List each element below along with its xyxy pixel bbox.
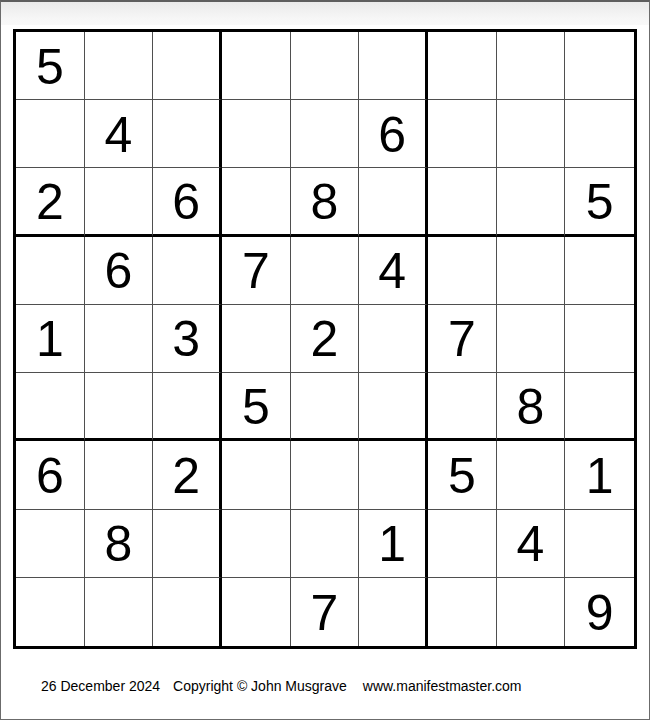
cell-r1c2[interactable] — [85, 32, 154, 100]
cell-r3c1[interactable]: 2 — [16, 168, 85, 236]
cell-r1c7[interactable] — [428, 32, 497, 100]
header-band — [1, 2, 649, 25]
cell-r6c8[interactable]: 8 — [497, 373, 566, 441]
footer-date: 26 December 2024 — [41, 678, 160, 694]
cell-r5c3[interactable]: 3 — [153, 305, 222, 373]
cell-r3c3[interactable]: 6 — [153, 168, 222, 236]
sudoku-board: 5462685674132758625181479 — [13, 29, 637, 649]
cell-r4c7[interactable] — [428, 237, 497, 305]
cell-r2c4[interactable] — [222, 100, 291, 168]
page: 5462685674132758625181479 26 December 20… — [0, 0, 650, 720]
cell-r8c6[interactable]: 1 — [359, 510, 428, 578]
cell-r3c4[interactable] — [222, 168, 291, 236]
cell-r1c3[interactable] — [153, 32, 222, 100]
cell-r6c5[interactable] — [291, 373, 360, 441]
cell-r4c3[interactable] — [153, 237, 222, 305]
cell-r3c7[interactable] — [428, 168, 497, 236]
cell-r4c2[interactable]: 6 — [85, 237, 154, 305]
cell-r6c4[interactable]: 5 — [222, 373, 291, 441]
cell-r7c2[interactable] — [85, 441, 154, 509]
cell-r1c5[interactable] — [291, 32, 360, 100]
cell-r6c2[interactable] — [85, 373, 154, 441]
cell-r9c9[interactable]: 9 — [565, 578, 634, 646]
cell-r3c2[interactable] — [85, 168, 154, 236]
cell-r9c6[interactable] — [359, 578, 428, 646]
cell-r9c2[interactable] — [85, 578, 154, 646]
cell-r5c7[interactable]: 7 — [428, 305, 497, 373]
cell-r1c6[interactable] — [359, 32, 428, 100]
cell-r4c9[interactable] — [565, 237, 634, 305]
cell-r9c5[interactable]: 7 — [291, 578, 360, 646]
cell-r8c3[interactable] — [153, 510, 222, 578]
cell-r7c6[interactable] — [359, 441, 428, 509]
cell-r6c3[interactable] — [153, 373, 222, 441]
cell-r2c2[interactable]: 4 — [85, 100, 154, 168]
footer: 26 December 2024 Copyright © John Musgra… — [41, 674, 522, 698]
cell-r3c6[interactable] — [359, 168, 428, 236]
cell-r9c3[interactable] — [153, 578, 222, 646]
cell-r7c7[interactable]: 5 — [428, 441, 497, 509]
cell-r4c1[interactable] — [16, 237, 85, 305]
cell-r4c4[interactable]: 7 — [222, 237, 291, 305]
cell-r8c9[interactable] — [565, 510, 634, 578]
cell-r8c4[interactable] — [222, 510, 291, 578]
cell-r6c9[interactable] — [565, 373, 634, 441]
cell-r9c7[interactable] — [428, 578, 497, 646]
cell-r7c4[interactable] — [222, 441, 291, 509]
cell-r6c7[interactable] — [428, 373, 497, 441]
cell-r1c4[interactable] — [222, 32, 291, 100]
cell-r7c8[interactable] — [497, 441, 566, 509]
cell-r7c3[interactable]: 2 — [153, 441, 222, 509]
cell-r2c9[interactable] — [565, 100, 634, 168]
cell-r1c9[interactable] — [565, 32, 634, 100]
cell-r6c6[interactable] — [359, 373, 428, 441]
cell-r2c8[interactable] — [497, 100, 566, 168]
cell-r4c8[interactable] — [497, 237, 566, 305]
cell-r2c3[interactable] — [153, 100, 222, 168]
cell-r4c6[interactable]: 4 — [359, 237, 428, 305]
cell-r2c7[interactable] — [428, 100, 497, 168]
cell-r8c2[interactable]: 8 — [85, 510, 154, 578]
cell-r5c4[interactable] — [222, 305, 291, 373]
cell-r9c1[interactable] — [16, 578, 85, 646]
cell-r8c8[interactable]: 4 — [497, 510, 566, 578]
cell-r3c8[interactable] — [497, 168, 566, 236]
cell-r5c6[interactable] — [359, 305, 428, 373]
cell-r8c1[interactable] — [16, 510, 85, 578]
cell-r1c8[interactable] — [497, 32, 566, 100]
cell-r5c2[interactable] — [85, 305, 154, 373]
cell-r5c5[interactable]: 2 — [291, 305, 360, 373]
cell-r2c6[interactable]: 6 — [359, 100, 428, 168]
cell-r7c5[interactable] — [291, 441, 360, 509]
cell-r4c5[interactable] — [291, 237, 360, 305]
cell-r2c5[interactable] — [291, 100, 360, 168]
cell-r6c1[interactable] — [16, 373, 85, 441]
cell-r8c7[interactable] — [428, 510, 497, 578]
footer-copyright: Copyright © John Musgrave — [173, 678, 347, 694]
cell-r5c9[interactable] — [565, 305, 634, 373]
cell-r3c5[interactable]: 8 — [291, 168, 360, 236]
cell-r5c8[interactable] — [497, 305, 566, 373]
cell-r5c1[interactable]: 1 — [16, 305, 85, 373]
cell-r3c9[interactable]: 5 — [565, 168, 634, 236]
footer-website: www.manifestmaster.com — [363, 678, 522, 694]
cell-r9c8[interactable] — [497, 578, 566, 646]
cell-r1c1[interactable]: 5 — [16, 32, 85, 100]
cell-r9c4[interactable] — [222, 578, 291, 646]
cell-r2c1[interactable] — [16, 100, 85, 168]
cell-r7c9[interactable]: 1 — [565, 441, 634, 509]
cell-r8c5[interactable] — [291, 510, 360, 578]
cell-r7c1[interactable]: 6 — [16, 441, 85, 509]
